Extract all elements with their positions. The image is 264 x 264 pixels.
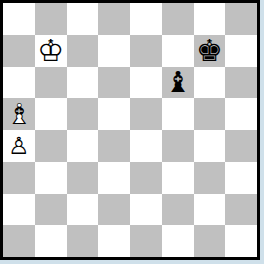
square-b8[interactable] [35,3,67,35]
white-king-glyph: ♔ [37,35,64,67]
square-f2[interactable] [162,194,194,226]
square-b2[interactable] [35,194,67,226]
square-a5[interactable]: ♝♗ [3,98,35,130]
square-c1[interactable] [67,225,99,257]
square-d4[interactable] [98,130,130,162]
square-g4[interactable] [194,130,226,162]
square-b1[interactable] [35,225,67,257]
square-f6[interactable]: ♝ [162,67,194,99]
square-g3[interactable] [194,162,226,194]
square-d5[interactable] [98,98,130,130]
white-pawn: ♟♙ [8,134,30,158]
square-f7[interactable] [162,35,194,67]
square-h5[interactable] [225,98,257,130]
white-bishop: ♝♗ [6,100,32,129]
square-h4[interactable] [225,130,257,162]
square-g1[interactable] [194,225,226,257]
square-c4[interactable] [67,130,99,162]
white-king: ♚♔ [37,36,64,66]
square-c6[interactable] [67,67,99,99]
square-d2[interactable] [98,194,130,226]
square-a1[interactable] [3,225,35,257]
black-king-glyph: ♚ [196,35,223,67]
square-h2[interactable] [225,194,257,226]
square-c5[interactable] [67,98,99,130]
square-a8[interactable] [3,3,35,35]
chess-board: ♚♔♚♝♝♗♟♙ [0,0,260,260]
square-f3[interactable] [162,162,194,194]
white-pawn-glyph: ♙ [8,132,30,160]
square-d8[interactable] [98,3,130,35]
square-a2[interactable] [3,194,35,226]
square-e8[interactable] [130,3,162,35]
square-g5[interactable] [194,98,226,130]
square-e5[interactable] [130,98,162,130]
square-d6[interactable] [98,67,130,99]
black-king: ♚ [196,36,223,66]
square-e1[interactable] [130,225,162,257]
square-h8[interactable] [225,3,257,35]
square-h6[interactable] [225,67,257,99]
square-e7[interactable] [130,35,162,67]
square-b5[interactable] [35,98,67,130]
square-d3[interactable] [98,162,130,194]
square-f1[interactable] [162,225,194,257]
square-e3[interactable] [130,162,162,194]
square-c7[interactable] [67,35,99,67]
square-g6[interactable] [194,67,226,99]
square-g2[interactable] [194,194,226,226]
square-c3[interactable] [67,162,99,194]
square-b3[interactable] [35,162,67,194]
black-bishop: ♝ [165,68,191,97]
square-a6[interactable] [3,67,35,99]
square-h7[interactable] [225,35,257,67]
square-a3[interactable] [3,162,35,194]
diagram-page: ♚♔♚♝♝♗♟♙ [0,0,264,264]
square-c2[interactable] [67,194,99,226]
square-b4[interactable] [35,130,67,162]
square-g8[interactable] [194,3,226,35]
square-d1[interactable] [98,225,130,257]
square-b6[interactable] [35,67,67,99]
square-a4[interactable]: ♟♙ [3,130,35,162]
square-d7[interactable] [98,35,130,67]
black-bishop-glyph: ♝ [165,67,191,99]
square-a7[interactable] [3,35,35,67]
square-g7[interactable]: ♚ [194,35,226,67]
white-bishop-glyph: ♗ [6,98,32,130]
square-c8[interactable] [67,3,99,35]
square-b7[interactable]: ♚♔ [35,35,67,67]
square-e2[interactable] [130,194,162,226]
square-e4[interactable] [130,130,162,162]
square-h1[interactable] [225,225,257,257]
square-f4[interactable] [162,130,194,162]
square-f5[interactable] [162,98,194,130]
square-f8[interactable] [162,3,194,35]
square-e6[interactable] [130,67,162,99]
square-h3[interactable] [225,162,257,194]
